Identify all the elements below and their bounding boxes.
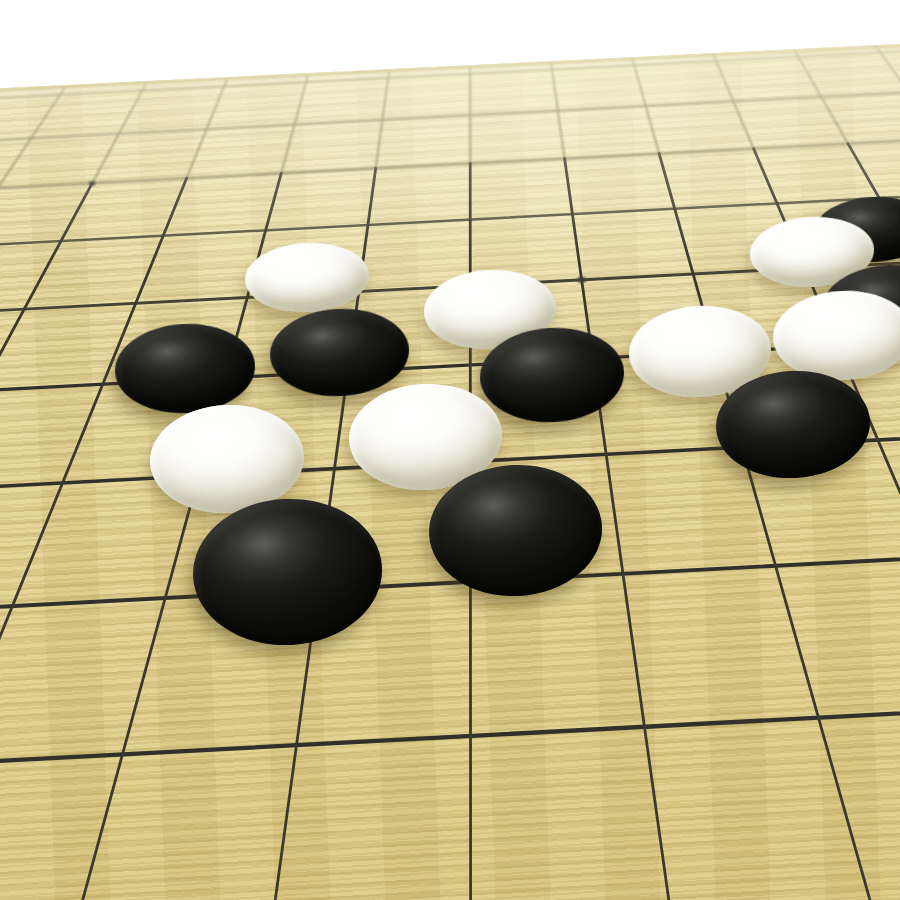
white-stone-7[interactable] (771, 287, 900, 383)
stones-layer (0, 0, 900, 900)
black-stone-2[interactable] (268, 305, 411, 399)
black-stone-7[interactable] (190, 494, 386, 649)
board-surface (0, 0, 900, 900)
black-stone-1[interactable] (113, 320, 257, 416)
go-board-photo (0, 0, 900, 900)
white-stone-1[interactable] (243, 239, 370, 315)
